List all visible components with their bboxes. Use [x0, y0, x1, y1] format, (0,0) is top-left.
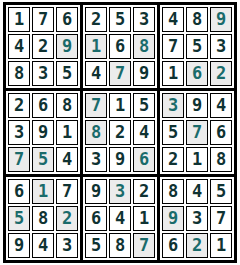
sudoku-board: 1764298352531684794897531622683917547158… [3, 2, 237, 263]
block-1-2: 253168479 [83, 5, 157, 88]
cell-r2c9[interactable]: 3 [210, 34, 232, 59]
block-2-3: 394576218 [160, 91, 234, 174]
cell-r4c2[interactable]: 6 [32, 93, 54, 118]
cell-r6c6[interactable]: 6 [133, 147, 155, 172]
cell-r5c9[interactable]: 6 [210, 120, 232, 145]
cell-r2c6[interactable]: 8 [133, 34, 155, 59]
cell-r5c8[interactable]: 7 [186, 120, 208, 145]
cell-r2c2[interactable]: 2 [32, 34, 54, 59]
cell-r2c8[interactable]: 5 [186, 34, 208, 59]
cell-r3c2[interactable]: 3 [32, 61, 54, 86]
cell-r6c9[interactable]: 8 [210, 147, 232, 172]
cell-r2c5[interactable]: 6 [109, 34, 131, 59]
cell-r7c4[interactable]: 9 [85, 179, 107, 204]
cell-r9c1[interactable]: 9 [8, 233, 30, 258]
cell-r4c6[interactable]: 5 [133, 93, 155, 118]
cell-r2c3[interactable]: 9 [56, 34, 78, 59]
block-2-1: 268391754 [6, 91, 80, 174]
cell-r1c4[interactable]: 2 [85, 7, 107, 32]
cell-r3c3[interactable]: 5 [56, 61, 78, 86]
cell-r9c9[interactable]: 1 [210, 233, 232, 258]
block-3-3: 845937621 [160, 177, 234, 260]
cell-r8c5[interactable]: 4 [109, 206, 131, 231]
cell-r1c2[interactable]: 7 [32, 7, 54, 32]
cell-r9c2[interactable]: 4 [32, 233, 54, 258]
cell-r2c1[interactable]: 4 [8, 34, 30, 59]
cell-r9c8[interactable]: 2 [186, 233, 208, 258]
cell-r8c8[interactable]: 3 [186, 206, 208, 231]
cell-r7c6[interactable]: 2 [133, 179, 155, 204]
cell-r4c1[interactable]: 2 [8, 93, 30, 118]
cell-r9c7[interactable]: 6 [162, 233, 184, 258]
cell-r7c9[interactable]: 5 [210, 179, 232, 204]
cell-r1c5[interactable]: 5 [109, 7, 131, 32]
cell-r7c3[interactable]: 7 [56, 179, 78, 204]
block-3-2: 932641587 [83, 177, 157, 260]
cell-r6c2[interactable]: 5 [32, 147, 54, 172]
cell-r1c3[interactable]: 6 [56, 7, 78, 32]
cell-r8c9[interactable]: 7 [210, 206, 232, 231]
cell-r5c7[interactable]: 5 [162, 120, 184, 145]
cell-r9c6[interactable]: 7 [133, 233, 155, 258]
block-1-3: 489753162 [160, 5, 234, 88]
cell-r1c1[interactable]: 1 [8, 7, 30, 32]
cell-r6c8[interactable]: 1 [186, 147, 208, 172]
cell-r6c3[interactable]: 4 [56, 147, 78, 172]
cell-r7c5[interactable]: 3 [109, 179, 131, 204]
cell-r5c6[interactable]: 4 [133, 120, 155, 145]
cell-r1c7[interactable]: 4 [162, 7, 184, 32]
cell-r8c4[interactable]: 6 [85, 206, 107, 231]
cell-r3c8[interactable]: 6 [186, 61, 208, 86]
cell-r8c2[interactable]: 8 [32, 206, 54, 231]
block-2-2: 715824396 [83, 91, 157, 174]
cell-r7c8[interactable]: 4 [186, 179, 208, 204]
cell-r4c5[interactable]: 1 [109, 93, 131, 118]
cell-r3c4[interactable]: 4 [85, 61, 107, 86]
cell-r5c2[interactable]: 9 [32, 120, 54, 145]
cell-r4c9[interactable]: 4 [210, 93, 232, 118]
cell-r4c8[interactable]: 9 [186, 93, 208, 118]
cell-r4c7[interactable]: 3 [162, 93, 184, 118]
cell-r8c7[interactable]: 9 [162, 206, 184, 231]
cell-r5c5[interactable]: 2 [109, 120, 131, 145]
cell-r2c7[interactable]: 7 [162, 34, 184, 59]
cell-r9c4[interactable]: 5 [85, 233, 107, 258]
cell-r7c2[interactable]: 1 [32, 179, 54, 204]
cell-r3c1[interactable]: 8 [8, 61, 30, 86]
cell-r7c1[interactable]: 6 [8, 179, 30, 204]
block-3-1: 617582943 [6, 177, 80, 260]
cell-r7c7[interactable]: 8 [162, 179, 184, 204]
cell-r6c5[interactable]: 9 [109, 147, 131, 172]
cell-r8c6[interactable]: 1 [133, 206, 155, 231]
cell-r3c9[interactable]: 2 [210, 61, 232, 86]
cell-r2c4[interactable]: 1 [85, 34, 107, 59]
cell-r9c3[interactable]: 3 [56, 233, 78, 258]
cell-r1c9[interactable]: 9 [210, 7, 232, 32]
cell-r9c5[interactable]: 8 [109, 233, 131, 258]
cell-r6c7[interactable]: 2 [162, 147, 184, 172]
block-1-1: 176429835 [6, 5, 80, 88]
cell-r4c3[interactable]: 8 [56, 93, 78, 118]
cell-r1c6[interactable]: 3 [133, 7, 155, 32]
cell-r5c4[interactable]: 8 [85, 120, 107, 145]
cell-r5c1[interactable]: 3 [8, 120, 30, 145]
cell-r3c5[interactable]: 7 [109, 61, 131, 86]
cell-r3c6[interactable]: 9 [133, 61, 155, 86]
cell-r6c1[interactable]: 7 [8, 147, 30, 172]
cell-r8c1[interactable]: 5 [8, 206, 30, 231]
cell-r8c3[interactable]: 2 [56, 206, 78, 231]
cell-r3c7[interactable]: 1 [162, 61, 184, 86]
cell-r6c4[interactable]: 3 [85, 147, 107, 172]
cell-r4c4[interactable]: 7 [85, 93, 107, 118]
cell-r1c8[interactable]: 8 [186, 7, 208, 32]
cell-r5c3[interactable]: 1 [56, 120, 78, 145]
